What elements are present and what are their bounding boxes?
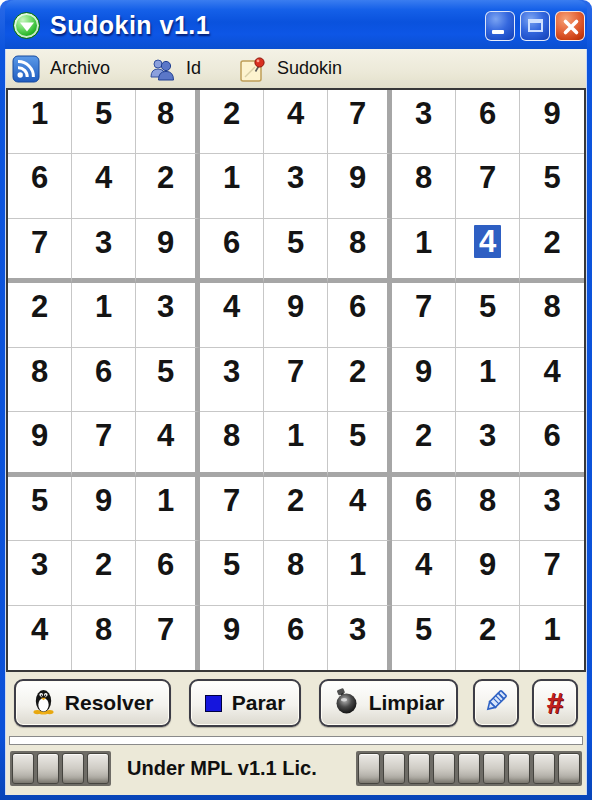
cell-r3c2[interactable]: 3 (72, 219, 136, 283)
maximize-button[interactable] (520, 11, 550, 41)
app-window: Sudokin v1.1 (0, 0, 592, 800)
app-logo-icon (13, 12, 40, 39)
cell-r2c7[interactable]: 8 (392, 154, 456, 218)
cell-r6c4[interactable]: 8 (200, 412, 264, 476)
cell-r3c9[interactable]: 2 (520, 219, 584, 283)
cell-r6c7[interactable]: 2 (392, 412, 456, 476)
keycap-icon (62, 753, 84, 784)
cell-r8c6[interactable]: 1 (328, 541, 392, 605)
cell-r5c6[interactable]: 2 (328, 348, 392, 412)
cell-r7c3[interactable]: 1 (136, 477, 200, 541)
blue-square-icon (205, 695, 222, 712)
cell-r9c2[interactable]: 8 (72, 606, 136, 670)
cell-r3c6[interactable]: 8 (328, 219, 392, 283)
cell-r3c7[interactable]: 1 (392, 219, 456, 283)
cell-r4c8[interactable]: 5 (456, 283, 520, 347)
keycap-icon (358, 753, 380, 784)
cell-r6c8[interactable]: 3 (456, 412, 520, 476)
cell-r2c1[interactable]: 6 (8, 154, 72, 218)
keycap-strip-left (10, 751, 111, 786)
cell-r1c4[interactable]: 2 (200, 90, 264, 154)
cell-r3c8[interactable]: 4 (456, 219, 520, 283)
keycap-icon (483, 753, 505, 784)
cell-r5c4[interactable]: 3 (200, 348, 264, 412)
cell-r4c2[interactable]: 1 (72, 283, 136, 347)
cell-r6c2[interactable]: 7 (72, 412, 136, 476)
keycap-icon (383, 753, 405, 784)
cell-r8c2[interactable]: 2 (72, 541, 136, 605)
cell-r3c4[interactable]: 6 (200, 219, 264, 283)
resolver-label: Resolver (65, 691, 154, 715)
cell-r2c5[interactable]: 3 (264, 154, 328, 218)
cell-r4c4[interactable]: 4 (200, 283, 264, 347)
cell-r8c7[interactable]: 4 (392, 541, 456, 605)
cell-r8c3[interactable]: 6 (136, 541, 200, 605)
progress-bar (9, 736, 583, 745)
cell-r4c7[interactable]: 7 (392, 283, 456, 347)
hash-icon: # (547, 688, 564, 718)
cell-r9c6[interactable]: 3 (328, 606, 392, 670)
keycap-icon (87, 753, 109, 784)
keycap-icon (408, 753, 430, 784)
cell-r5c2[interactable]: 6 (72, 348, 136, 412)
keycap-icon (37, 753, 59, 784)
cell-r4c1[interactable]: 2 (8, 283, 72, 347)
cell-r7c6[interactable]: 4 (328, 477, 392, 541)
cell-r9c9[interactable]: 1 (520, 606, 584, 670)
cell-r4c3[interactable]: 3 (136, 283, 200, 347)
cell-r2c6[interactable]: 9 (328, 154, 392, 218)
cell-r5c8[interactable]: 1 (456, 348, 520, 412)
cell-r2c3[interactable]: 2 (136, 154, 200, 218)
keycap-icon (12, 753, 34, 784)
client-area: Archivo Id (5, 49, 587, 795)
keycap-strip-right (356, 751, 582, 786)
cell-r2c2[interactable]: 4 (72, 154, 136, 218)
cell-r1c3[interactable]: 8 (136, 90, 200, 154)
keycap-icon (508, 753, 530, 784)
cell-r3c3[interactable]: 9 (136, 219, 200, 283)
cell-r2c9[interactable]: 5 (520, 154, 584, 218)
cell-r6c1[interactable]: 9 (8, 412, 72, 476)
cell-r9c1[interactable]: 4 (8, 606, 72, 670)
cell-r4c6[interactable]: 6 (328, 283, 392, 347)
keycap-icon (533, 753, 555, 784)
cell-r7c8[interactable]: 8 (456, 477, 520, 541)
cell-r7c5[interactable]: 2 (264, 477, 328, 541)
cell-r4c5[interactable]: 9 (264, 283, 328, 347)
keycap-icon (458, 753, 480, 784)
cell-r4c9[interactable]: 8 (520, 283, 584, 347)
cell-r5c7[interactable]: 9 (392, 348, 456, 412)
rss-feed-icon (12, 55, 40, 83)
cell-r8c5[interactable]: 8 (264, 541, 328, 605)
cell-r1c2[interactable]: 5 (72, 90, 136, 154)
minimize-icon (492, 30, 504, 34)
keycap-icon (433, 753, 455, 784)
status-bar: Under MPL v1.1 Lic. (6, 748, 586, 795)
parar-label: Parar (232, 691, 286, 715)
menu-label-id: Id (186, 58, 201, 79)
window-title: Sudokin v1.1 (50, 11, 485, 40)
cell-r8c4[interactable]: 5 (200, 541, 264, 605)
cell-r7c1[interactable]: 5 (8, 477, 72, 541)
cell-r1c6[interactable]: 7 (328, 90, 392, 154)
toolbar: Resolver Parar (6, 672, 586, 734)
sudoku-grid: 1582473696421398757396581422134967588653… (8, 90, 584, 670)
menu-label-sudokin: Sudokin (277, 58, 342, 79)
sudoku-board: 1582473696421398757396581422134967588653… (6, 88, 586, 672)
menu-bar: Archivo Id (6, 49, 586, 88)
cell-r5c1[interactable]: 8 (8, 348, 72, 412)
cell-r8c1[interactable]: 3 (8, 541, 72, 605)
cell-r6c3[interactable]: 4 (136, 412, 200, 476)
cell-r1c7[interactable]: 3 (392, 90, 456, 154)
title-bar: Sudokin v1.1 (5, 0, 587, 49)
resolver-button[interactable]: Resolver (14, 679, 171, 727)
close-button[interactable] (555, 11, 585, 41)
cell-r8c9[interactable]: 7 (520, 541, 584, 605)
limpiar-label: Limpiar (369, 691, 445, 715)
minimize-button[interactable] (485, 11, 515, 41)
maximize-icon (528, 19, 543, 32)
bomb-icon (333, 688, 359, 719)
parar-button[interactable]: Parar (189, 679, 301, 727)
cell-r9c7[interactable]: 5 (392, 606, 456, 670)
penguin-icon (32, 687, 55, 720)
cell-r9c3[interactable]: 7 (136, 606, 200, 670)
cell-r9c8[interactable]: 2 (456, 606, 520, 670)
cell-r7c9[interactable]: 3 (520, 477, 584, 541)
cell-r9c4[interactable]: 9 (200, 606, 264, 670)
users-icon (148, 55, 176, 83)
window-controls (485, 11, 585, 41)
menu-item-sudokin[interactable]: Sudokin (239, 55, 342, 83)
selected-digit: 4 (474, 225, 501, 258)
cell-r9c5[interactable]: 6 (264, 606, 328, 670)
cell-r2c4[interactable]: 1 (200, 154, 264, 218)
cell-r8c8[interactable]: 9 (456, 541, 520, 605)
cell-r2c8[interactable]: 7 (456, 154, 520, 218)
pencil-icon (482, 687, 510, 720)
cell-r1c8[interactable]: 6 (456, 90, 520, 154)
cell-r6c5[interactable]: 1 (264, 412, 328, 476)
cell-r7c2[interactable]: 9 (72, 477, 136, 541)
cell-r1c1[interactable]: 1 (8, 90, 72, 154)
note-pushpin-icon (239, 55, 267, 83)
cell-r5c5[interactable]: 7 (264, 348, 328, 412)
cell-r7c4[interactable]: 7 (200, 477, 264, 541)
cell-r7c7[interactable]: 6 (392, 477, 456, 541)
close-icon (559, 15, 583, 39)
limpiar-button[interactable]: Limpiar (319, 679, 458, 727)
license-text: Under MPL v1.1 Lic. (127, 757, 317, 780)
cell-r3c5[interactable]: 5 (264, 219, 328, 283)
cell-r5c3[interactable]: 5 (136, 348, 200, 412)
progress-bar-wrap (6, 734, 586, 748)
cell-r6c6[interactable]: 5 (328, 412, 392, 476)
cell-r3c1[interactable]: 7 (8, 219, 72, 283)
menu-item-archivo[interactable]: Archivo (12, 55, 110, 83)
pencil-button[interactable] (473, 679, 519, 727)
keycap-icon (558, 753, 580, 784)
hash-button[interactable]: # (532, 679, 578, 727)
menu-label-archivo: Archivo (50, 58, 110, 79)
menu-item-id[interactable]: Id (148, 55, 201, 83)
cell-r1c9[interactable]: 9 (520, 90, 584, 154)
cell-r1c5[interactable]: 4 (264, 90, 328, 154)
cell-r5c9[interactable]: 4 (520, 348, 584, 412)
cell-r6c9[interactable]: 6 (520, 412, 584, 476)
